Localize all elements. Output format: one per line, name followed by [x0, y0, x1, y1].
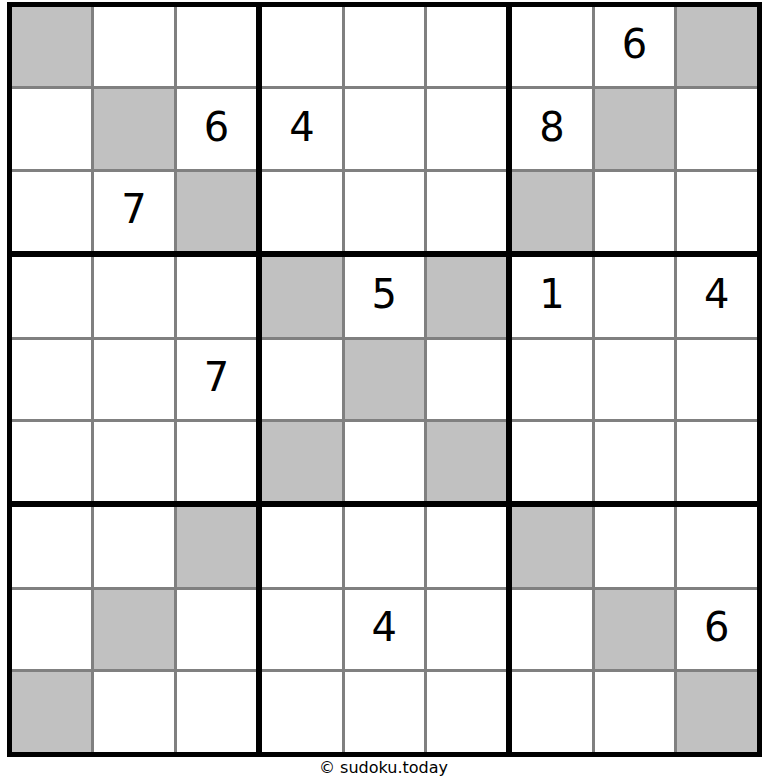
cell-r5c9[interactable] [677, 340, 756, 419]
cell-r8c5-given-4[interactable]: 4 [345, 590, 424, 669]
cell-r3c2-given-7[interactable]: 7 [94, 172, 173, 251]
cell-r3c8[interactable] [595, 172, 674, 251]
cell-r1c3[interactable] [177, 7, 256, 86]
cell-r5c5-shaded[interactable] [345, 340, 424, 419]
cell-r1c2[interactable] [94, 7, 173, 86]
cell-r9c5[interactable] [345, 672, 424, 751]
cell-r9c4[interactable] [262, 672, 341, 751]
cell-r4c9-given-4[interactable]: 4 [677, 257, 756, 336]
cell-r4c2[interactable] [94, 257, 173, 336]
cell-r4c5-given-5[interactable]: 5 [345, 257, 424, 336]
cell-r9c1-shaded[interactable] [12, 672, 91, 751]
cell-r2c8-shaded[interactable] [595, 89, 674, 168]
cell-r7c4[interactable] [262, 507, 341, 586]
cell-r9c6[interactable] [427, 672, 506, 751]
copyright-credit: © sudoku.today [0, 758, 767, 777]
cell-r9c8[interactable] [595, 672, 674, 751]
cell-r6c7[interactable] [512, 422, 591, 501]
cell-r5c2[interactable] [94, 340, 173, 419]
cell-r8c4[interactable] [262, 590, 341, 669]
cell-r9c2[interactable] [94, 672, 173, 751]
cell-r2c4-given-4[interactable]: 4 [262, 89, 341, 168]
cell-r5c6[interactable] [427, 340, 506, 419]
cell-r4c6-shaded[interactable] [427, 257, 506, 336]
cell-r8c8-shaded[interactable] [595, 590, 674, 669]
cell-r8c2-shaded[interactable] [94, 590, 173, 669]
cell-r9c3[interactable] [177, 672, 256, 751]
cell-r3c1[interactable] [12, 172, 91, 251]
cell-r1c5[interactable] [345, 7, 424, 86]
cell-r1c7[interactable] [512, 7, 591, 86]
cell-r7c8[interactable] [595, 507, 674, 586]
cell-r4c8[interactable] [595, 257, 674, 336]
cell-r3c3-shaded[interactable] [177, 172, 256, 251]
cell-r2c2-shaded[interactable] [94, 89, 173, 168]
cell-r7c6[interactable] [427, 507, 506, 586]
cell-r2c6[interactable] [427, 89, 506, 168]
cell-r6c5[interactable] [345, 422, 424, 501]
cell-r2c1[interactable] [12, 89, 91, 168]
cell-r5c3-given-7[interactable]: 7 [177, 340, 256, 419]
cell-r1c8-given-6[interactable]: 6 [595, 7, 674, 86]
cell-r2c9[interactable] [677, 89, 756, 168]
cell-r1c1-shaded[interactable] [12, 7, 91, 86]
cell-r6c9[interactable] [677, 422, 756, 501]
cell-r9c9-shaded[interactable] [677, 672, 756, 751]
cell-r4c7-given-1[interactable]: 1 [512, 257, 591, 336]
cell-r7c9[interactable] [677, 507, 756, 586]
sudoku-board: 66487514746 [7, 2, 762, 757]
cell-r4c3[interactable] [177, 257, 256, 336]
cell-r5c7[interactable] [512, 340, 591, 419]
cell-r6c2[interactable] [94, 422, 173, 501]
cell-r1c6[interactable] [427, 7, 506, 86]
cell-r7c3-shaded[interactable] [177, 507, 256, 586]
cell-r9c7[interactable] [512, 672, 591, 751]
cell-r6c1[interactable] [12, 422, 91, 501]
cell-r8c1[interactable] [12, 590, 91, 669]
cell-r3c9[interactable] [677, 172, 756, 251]
cell-r5c8[interactable] [595, 340, 674, 419]
cell-r7c2[interactable] [94, 507, 173, 586]
cell-r5c4[interactable] [262, 340, 341, 419]
cell-r7c5[interactable] [345, 507, 424, 586]
cell-r3c7-shaded[interactable] [512, 172, 591, 251]
cell-r6c3[interactable] [177, 422, 256, 501]
cell-r3c4[interactable] [262, 172, 341, 251]
cell-r6c8[interactable] [595, 422, 674, 501]
cell-r3c5[interactable] [345, 172, 424, 251]
cell-r7c1[interactable] [12, 507, 91, 586]
cell-r8c9-given-6[interactable]: 6 [677, 590, 756, 669]
cell-r1c4[interactable] [262, 7, 341, 86]
cell-r2c3-given-6[interactable]: 6 [177, 89, 256, 168]
cell-r2c7-given-8[interactable]: 8 [512, 89, 591, 168]
cell-r8c3[interactable] [177, 590, 256, 669]
cell-r4c1[interactable] [12, 257, 91, 336]
cell-r1c9-shaded[interactable] [677, 7, 756, 86]
cell-r7c7-shaded[interactable] [512, 507, 591, 586]
cell-r4c4-shaded[interactable] [262, 257, 341, 336]
cell-r6c6-shaded[interactable] [427, 422, 506, 501]
cell-r2c5[interactable] [345, 89, 424, 168]
cell-r3c6[interactable] [427, 172, 506, 251]
cell-r8c7[interactable] [512, 590, 591, 669]
cell-r6c4-shaded[interactable] [262, 422, 341, 501]
cell-r5c1[interactable] [12, 340, 91, 419]
cell-r8c6[interactable] [427, 590, 506, 669]
